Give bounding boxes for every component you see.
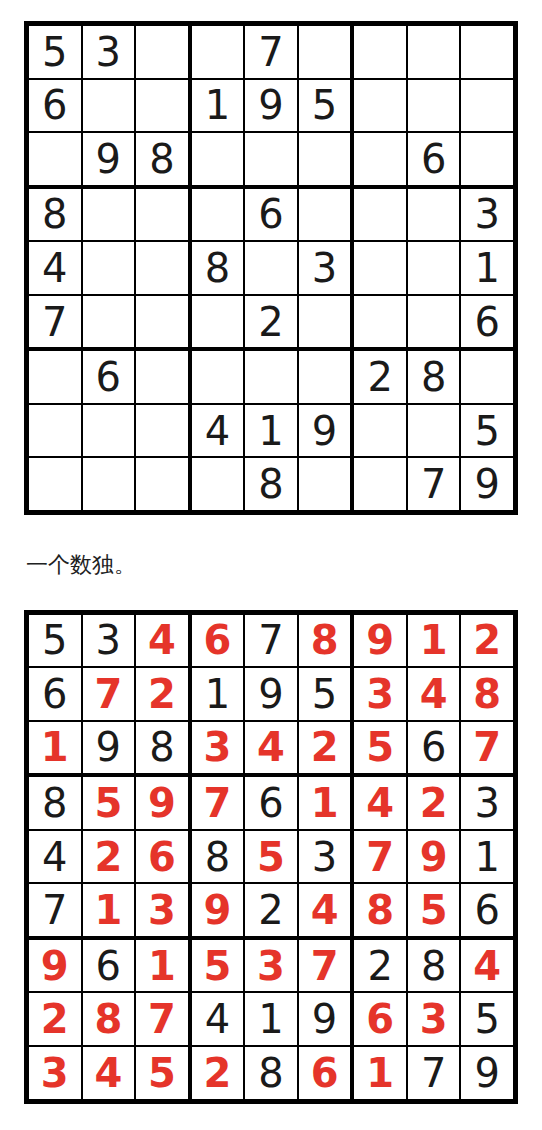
solution-cell-r3c5: 4 [245, 722, 297, 774]
solution-cell-r6c9: 6 [461, 884, 513, 936]
solution-cell-r4c6: 1 [299, 777, 351, 829]
solution-cell-r5c6: 3 [299, 831, 351, 883]
solution-cell-r9c4: 2 [192, 1047, 244, 1099]
solution-cell-r6c8: 5 [408, 884, 460, 936]
solution-cell-r9c5: 8 [245, 1047, 297, 1099]
puzzle-cell-r2c7 [354, 80, 406, 132]
puzzle-cell-r1c9 [461, 26, 513, 78]
solution-cell-r6c1: 7 [29, 884, 81, 936]
solution-cell-r2c2: 7 [83, 668, 135, 720]
puzzle-cell-r5c5 [245, 242, 297, 294]
puzzle-cell-r5c3 [136, 242, 188, 294]
puzzle-cell-r3c3: 8 [136, 133, 188, 185]
solution-cell-r7c6: 7 [299, 940, 351, 992]
solution-cell-r1c5: 7 [245, 615, 297, 667]
puzzle-cell-r7c4 [192, 351, 244, 403]
puzzle-cell-r1c8 [408, 26, 460, 78]
solution-box-5: 761853924 [192, 777, 351, 936]
solution-cell-r7c5: 3 [245, 940, 297, 992]
puzzle-cell-r4c3 [136, 189, 188, 241]
solution-cell-r6c3: 3 [136, 884, 188, 936]
puzzle-cell-r6c6 [299, 296, 351, 348]
puzzle-cell-r7c6 [299, 351, 351, 403]
puzzle-cell-r4c9: 3 [461, 189, 513, 241]
solution-cell-r4c7: 4 [354, 777, 406, 829]
solution-cell-r8c9: 5 [461, 993, 513, 1045]
puzzle-cell-r5c6: 3 [299, 242, 351, 294]
solution-cell-r7c2: 6 [83, 940, 135, 992]
puzzle-cell-r3c8: 6 [408, 133, 460, 185]
puzzle-box-8: 4198 [192, 351, 351, 510]
solution-cell-r5c5: 5 [245, 831, 297, 883]
puzzle-cell-r5c2 [83, 242, 135, 294]
solution-cell-r2c8: 4 [408, 668, 460, 720]
puzzle-box-5: 6832 [192, 189, 351, 348]
puzzle-cell-r3c5 [245, 133, 297, 185]
puzzle-cell-r1c1: 5 [29, 26, 81, 78]
puzzle-cell-r8c6: 9 [299, 405, 351, 457]
puzzle-cell-r6c1: 7 [29, 296, 81, 348]
solution-cell-r6c5: 2 [245, 884, 297, 936]
puzzle-cell-r9c5: 8 [245, 458, 297, 510]
puzzle-cell-r9c8: 7 [408, 458, 460, 510]
solution-cell-r5c1: 4 [29, 831, 81, 883]
solution-cell-r9c1: 3 [29, 1047, 81, 1099]
puzzle-cell-r6c8 [408, 296, 460, 348]
puzzle-cell-r9c3 [136, 458, 188, 510]
solution-cell-r1c8: 1 [408, 615, 460, 667]
solution-cell-r3c1: 1 [29, 722, 81, 774]
solution-cell-r9c2: 4 [83, 1047, 135, 1099]
solution-cell-r7c8: 8 [408, 940, 460, 992]
solution-cell-r1c9: 2 [461, 615, 513, 667]
puzzle-cell-r5c7 [354, 242, 406, 294]
solution-cell-r7c9: 4 [461, 940, 513, 992]
solution-cell-r8c1: 2 [29, 993, 81, 1045]
solution-cell-r3c2: 9 [83, 722, 135, 774]
puzzle-cell-r7c3 [136, 351, 188, 403]
puzzle-cell-r4c4 [192, 189, 244, 241]
puzzle-cell-r6c2 [83, 296, 135, 348]
puzzle-cell-r8c2 [83, 405, 135, 457]
solution-cell-r2c4: 1 [192, 668, 244, 720]
solution-cell-r6c7: 8 [354, 884, 406, 936]
solution-box-1: 534672198 [29, 615, 188, 774]
puzzle-cell-r4c1: 8 [29, 189, 81, 241]
figure-caption: 一个数独。 [26, 551, 518, 580]
solution-cell-r3c7: 5 [354, 722, 406, 774]
puzzle-cell-r2c9 [461, 80, 513, 132]
solution-cell-r5c2: 2 [83, 831, 135, 883]
puzzle-cell-r2c6: 5 [299, 80, 351, 132]
solution-cell-r1c4: 6 [192, 615, 244, 667]
puzzle-cell-r1c6 [299, 26, 351, 78]
solution-cell-r8c2: 8 [83, 993, 135, 1045]
puzzle-cell-r9c4 [192, 458, 244, 510]
solution-cell-r3c4: 3 [192, 722, 244, 774]
puzzle-cell-r1c3 [136, 26, 188, 78]
solution-cell-r5c7: 7 [354, 831, 406, 883]
puzzle-cell-r6c5: 2 [245, 296, 297, 348]
puzzle-cell-r4c8 [408, 189, 460, 241]
solution-cell-r2c7: 3 [354, 668, 406, 720]
solution-cell-r7c4: 5 [192, 940, 244, 992]
solution-cell-r4c9: 3 [461, 777, 513, 829]
solution-cell-r2c5: 9 [245, 668, 297, 720]
solution-cell-r9c7: 1 [354, 1047, 406, 1099]
solution-cell-r1c6: 8 [299, 615, 351, 667]
puzzle-cell-r1c7 [354, 26, 406, 78]
puzzle-cell-r2c1: 6 [29, 80, 81, 132]
solution-cell-r8c6: 9 [299, 993, 351, 1045]
solution-cell-r3c8: 6 [408, 722, 460, 774]
puzzle-cell-r5c9: 1 [461, 242, 513, 294]
puzzle-cell-r7c9 [461, 351, 513, 403]
puzzle-cell-r6c7 [354, 296, 406, 348]
puzzle-box-4: 847 [29, 189, 188, 348]
puzzle-cell-r9c7 [354, 458, 406, 510]
puzzle-box-3: 6 [354, 26, 513, 185]
puzzle-cell-r8c3 [136, 405, 188, 457]
puzzle-cell-r4c6 [299, 189, 351, 241]
solution-cell-r1c7: 9 [354, 615, 406, 667]
puzzle-cell-r5c8 [408, 242, 460, 294]
solution-cell-r2c6: 5 [299, 668, 351, 720]
solution-cell-r8c7: 6 [354, 993, 406, 1045]
puzzle-cell-r2c8 [408, 80, 460, 132]
solution-cell-r9c3: 5 [136, 1047, 188, 1099]
puzzle-cell-r3c9 [461, 133, 513, 185]
solution-cell-r7c3: 1 [136, 940, 188, 992]
solution-cell-r2c9: 8 [461, 668, 513, 720]
solution-cell-r7c1: 9 [29, 940, 81, 992]
puzzle-box-7: 6 [29, 351, 188, 510]
solution-cell-r4c2: 5 [83, 777, 135, 829]
solution-box-3: 912348567 [354, 615, 513, 774]
puzzle-cell-r4c7 [354, 189, 406, 241]
solution-box-8: 537419286 [192, 940, 351, 1099]
solution-cell-r4c1: 8 [29, 777, 81, 829]
solution-cell-r1c1: 5 [29, 615, 81, 667]
solution-cell-r5c8: 9 [408, 831, 460, 883]
solution-cell-r5c3: 6 [136, 831, 188, 883]
solution-cell-r8c4: 4 [192, 993, 244, 1045]
puzzle-cell-r9c2 [83, 458, 135, 510]
sudoku-figure: 536987195684768323166419828579 一个数独。 534… [0, 0, 542, 1104]
puzzle-cell-r6c9: 6 [461, 296, 513, 348]
solution-cell-r7c7: 2 [354, 940, 406, 992]
puzzle-box-9: 28579 [354, 351, 513, 510]
sudoku-solution-grid: 5346721986781953429123485678594267137618… [24, 610, 518, 1104]
puzzle-box-6: 316 [354, 189, 513, 348]
solution-cell-r8c8: 3 [408, 993, 460, 1045]
puzzle-cell-r6c4 [192, 296, 244, 348]
puzzle-cell-r8c1 [29, 405, 81, 457]
puzzle-cell-r2c4: 1 [192, 80, 244, 132]
solution-cell-r3c9: 7 [461, 722, 513, 774]
solution-cell-r5c9: 1 [461, 831, 513, 883]
puzzle-cell-r7c2: 6 [83, 351, 135, 403]
puzzle-cell-r6c3 [136, 296, 188, 348]
puzzle-cell-r7c7: 2 [354, 351, 406, 403]
solution-cell-r3c3: 8 [136, 722, 188, 774]
solution-cell-r4c5: 6 [245, 777, 297, 829]
solution-cell-r1c3: 4 [136, 615, 188, 667]
puzzle-box-1: 53698 [29, 26, 188, 185]
solution-cell-r8c5: 1 [245, 993, 297, 1045]
puzzle-cell-r3c1 [29, 133, 81, 185]
puzzle-cell-r1c4 [192, 26, 244, 78]
solution-cell-r2c3: 2 [136, 668, 188, 720]
solution-box-4: 859426713 [29, 777, 188, 936]
solution-cell-r5c4: 8 [192, 831, 244, 883]
puzzle-cell-r3c4 [192, 133, 244, 185]
puzzle-cell-r8c9: 5 [461, 405, 513, 457]
solution-box-7: 961287345 [29, 940, 188, 1099]
puzzle-cell-r1c5: 7 [245, 26, 297, 78]
solution-cell-r6c4: 9 [192, 884, 244, 936]
puzzle-cell-r7c8: 8 [408, 351, 460, 403]
solution-cell-r4c8: 2 [408, 777, 460, 829]
puzzle-cell-r9c6 [299, 458, 351, 510]
solution-cell-r4c4: 7 [192, 777, 244, 829]
solution-box-6: 423791856 [354, 777, 513, 936]
solution-cell-r4c3: 9 [136, 777, 188, 829]
puzzle-cell-r4c2 [83, 189, 135, 241]
solution-box-9: 284635179 [354, 940, 513, 1099]
puzzle-cell-r5c1: 4 [29, 242, 81, 294]
solution-cell-r6c2: 1 [83, 884, 135, 936]
puzzle-cell-r8c4: 4 [192, 405, 244, 457]
solution-cell-r9c8: 7 [408, 1047, 460, 1099]
puzzle-cell-r7c5 [245, 351, 297, 403]
puzzle-cell-r1c2: 3 [83, 26, 135, 78]
puzzle-box-2: 7195 [192, 26, 351, 185]
solution-box-2: 678195342 [192, 615, 351, 774]
solution-cell-r1c2: 3 [83, 615, 135, 667]
puzzle-cell-r7c1 [29, 351, 81, 403]
page: { "game": "sudoku", "figure": { "caption… [0, 0, 542, 1130]
puzzle-cell-r3c7 [354, 133, 406, 185]
puzzle-cell-r4c5: 6 [245, 189, 297, 241]
solution-cell-r9c6: 6 [299, 1047, 351, 1099]
puzzle-cell-r2c3 [136, 80, 188, 132]
puzzle-cell-r5c4: 8 [192, 242, 244, 294]
solution-cell-r6c6: 4 [299, 884, 351, 936]
puzzle-cell-r3c6 [299, 133, 351, 185]
solution-cell-r9c9: 9 [461, 1047, 513, 1099]
puzzle-cell-r8c5: 1 [245, 405, 297, 457]
puzzle-cell-r3c2: 9 [83, 133, 135, 185]
sudoku-puzzle-grid: 536987195684768323166419828579 [24, 21, 518, 515]
solution-cell-r2c1: 6 [29, 668, 81, 720]
puzzle-cell-r8c7 [354, 405, 406, 457]
puzzle-cell-r2c5: 9 [245, 80, 297, 132]
puzzle-cell-r9c1 [29, 458, 81, 510]
puzzle-cell-r8c8 [408, 405, 460, 457]
solution-cell-r8c3: 7 [136, 993, 188, 1045]
puzzle-cell-r2c2 [83, 80, 135, 132]
solution-cell-r3c6: 2 [299, 722, 351, 774]
puzzle-cell-r9c9: 9 [461, 458, 513, 510]
